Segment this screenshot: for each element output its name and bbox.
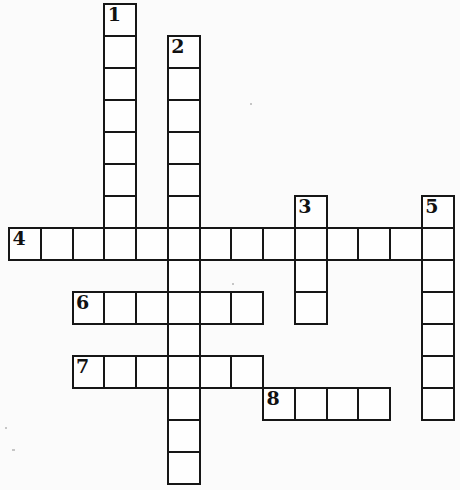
cell-r7c0[interactable]: 4 xyxy=(8,227,42,261)
cell-r7c1[interactable] xyxy=(40,227,74,261)
clue-number-1: 1 xyxy=(108,4,121,25)
cell-r6c5[interactable] xyxy=(167,195,201,229)
cell-r11c6[interactable] xyxy=(199,355,233,389)
cell-r9c3[interactable] xyxy=(103,291,137,325)
cell-r12c8[interactable]: 8 xyxy=(262,387,296,421)
cell-r8c13[interactable] xyxy=(421,259,455,293)
cell-r3c3[interactable] xyxy=(103,99,137,133)
scan-speck xyxy=(232,283,234,285)
cell-r11c13[interactable] xyxy=(421,355,455,389)
cell-r2c3[interactable] xyxy=(103,67,137,101)
cell-r7c2[interactable] xyxy=(72,227,106,261)
cell-r9c7[interactable] xyxy=(230,291,264,325)
scan-speck xyxy=(5,427,7,429)
clue-number-5: 5 xyxy=(425,196,438,217)
cell-r12c10[interactable] xyxy=(326,387,360,421)
cell-r5c3[interactable] xyxy=(103,163,137,197)
cell-r1c3[interactable] xyxy=(103,35,137,69)
cell-r12c13[interactable] xyxy=(421,387,455,421)
cell-r10c5[interactable] xyxy=(167,323,201,357)
cell-r7c6[interactable] xyxy=(199,227,233,261)
cell-r13c5[interactable] xyxy=(167,419,201,453)
clue-number-3: 3 xyxy=(298,196,311,217)
crossword-board: 12354678 xyxy=(0,0,460,490)
cell-r11c7[interactable] xyxy=(230,355,264,389)
clue-number-8: 8 xyxy=(267,388,280,409)
cell-r14c5[interactable] xyxy=(167,451,201,485)
cell-r5c5[interactable] xyxy=(167,163,201,197)
cell-r6c9[interactable]: 3 xyxy=(294,195,328,229)
cell-r9c5[interactable] xyxy=(167,291,201,325)
cell-r12c11[interactable] xyxy=(357,387,391,421)
cell-r11c4[interactable] xyxy=(135,355,169,389)
cell-r11c2[interactable]: 7 xyxy=(72,355,106,389)
scan-speck xyxy=(250,103,252,105)
clue-number-7: 7 xyxy=(76,356,89,377)
cell-r9c9[interactable] xyxy=(294,291,328,325)
cell-r10c13[interactable] xyxy=(421,323,455,357)
cell-r4c5[interactable] xyxy=(167,131,201,165)
cell-r9c4[interactable] xyxy=(135,291,169,325)
cell-r0c3[interactable]: 1 xyxy=(103,3,137,37)
cell-r8c5[interactable] xyxy=(167,259,201,293)
clue-number-4: 4 xyxy=(13,228,26,249)
cell-r7c5[interactable] xyxy=(167,227,201,261)
cell-r11c5[interactable] xyxy=(167,355,201,389)
cell-r9c13[interactable] xyxy=(421,291,455,325)
clue-number-2: 2 xyxy=(171,36,184,57)
cell-r7c13[interactable] xyxy=(421,227,455,261)
scan-speck xyxy=(12,449,15,451)
cell-r8c9[interactable] xyxy=(294,259,328,293)
cell-r7c3[interactable] xyxy=(103,227,137,261)
cell-r9c6[interactable] xyxy=(199,291,233,325)
clue-number-6: 6 xyxy=(76,292,89,313)
cell-r6c13[interactable]: 5 xyxy=(421,195,455,229)
cell-r7c9[interactable] xyxy=(294,227,328,261)
cell-r4c3[interactable] xyxy=(103,131,137,165)
cell-r12c5[interactable] xyxy=(167,387,201,421)
cell-r7c12[interactable] xyxy=(389,227,423,261)
cell-r7c11[interactable] xyxy=(357,227,391,261)
cell-r1c5[interactable]: 2 xyxy=(167,35,201,69)
cell-r7c7[interactable] xyxy=(230,227,264,261)
cell-r7c4[interactable] xyxy=(135,227,169,261)
cell-r6c3[interactable] xyxy=(103,195,137,229)
cell-r7c8[interactable] xyxy=(262,227,296,261)
cell-r7c10[interactable] xyxy=(326,227,360,261)
cell-r9c2[interactable]: 6 xyxy=(72,291,106,325)
cell-r2c5[interactable] xyxy=(167,67,201,101)
cell-r11c3[interactable] xyxy=(103,355,137,389)
cell-r3c5[interactable] xyxy=(167,99,201,133)
cell-r12c9[interactable] xyxy=(294,387,328,421)
